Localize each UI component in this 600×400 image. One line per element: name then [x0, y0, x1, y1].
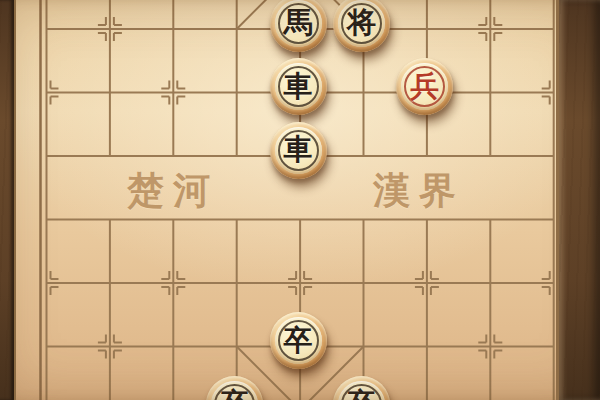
piece-glyph: 卒	[206, 376, 263, 400]
black-horse-piece[interactable]: 馬	[270, 0, 327, 52]
red-soldier-piece[interactable]: 兵	[396, 58, 453, 115]
black-soldier-piece[interactable]: 卒	[206, 376, 263, 400]
black-general-piece[interactable]: 将	[333, 0, 390, 52]
wood-grain	[0, 0, 14, 400]
black-chariot-piece[interactable]: 車	[270, 58, 327, 115]
xiangqi-board[interactable]: 馬将車兵車卒卒卒	[15, 0, 586, 400]
piece-glyph: 車	[270, 122, 327, 179]
black-chariot-piece[interactable]: 車	[270, 122, 327, 179]
wood-grain	[559, 0, 600, 400]
piece-glyph: 卒	[333, 376, 390, 400]
black-soldier-piece[interactable]: 卒	[333, 376, 390, 400]
board-frame-right	[556, 0, 600, 400]
xiangqi-board-screen: 楚河 漢界 馬将車兵車卒卒卒	[0, 0, 600, 400]
piece-glyph: 兵	[396, 58, 453, 115]
black-soldier-piece[interactable]: 卒	[270, 312, 327, 369]
piece-glyph: 車	[270, 58, 327, 115]
piece-glyph: 将	[333, 0, 390, 52]
piece-glyph: 馬	[270, 0, 327, 52]
piece-glyph: 卒	[270, 312, 327, 369]
board-frame-left	[0, 0, 16, 400]
